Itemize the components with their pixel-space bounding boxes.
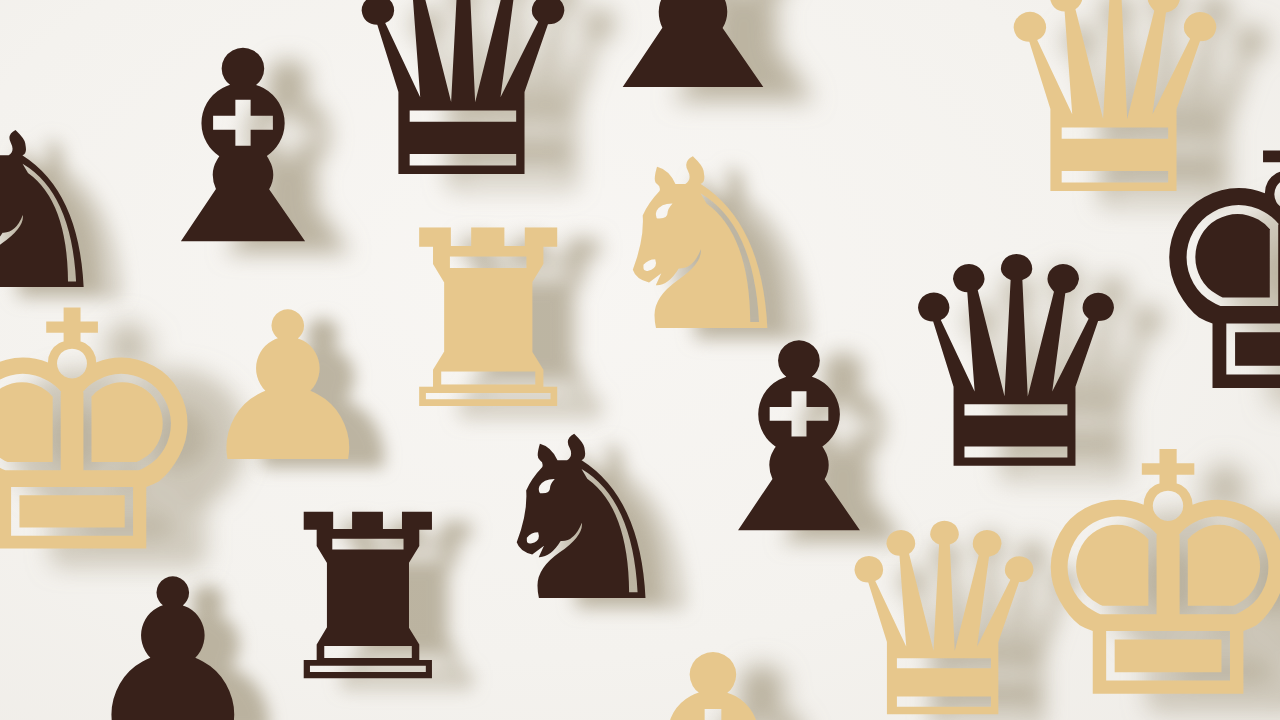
light-pawn-piece[interactable]: ♟ — [196, 286, 380, 491]
dark-rook-piece[interactable]: ♜ — [266, 485, 470, 713]
light-bishop-piece[interactable]: ♝ — [583, 619, 843, 720]
pieces-layer: ♞♝♛♝♞♛♚♛♚♟♜♝♞♜♟♝♛♚ — [0, 0, 1280, 720]
light-king-piece[interactable]: ♚ — [1018, 411, 1280, 720]
photo-canvas: ♞♝♛♝♞♛♚♛♚♟♜♝♞♜♟♝♛♚ — [0, 0, 1280, 720]
dark-pawn-piece[interactable]: ♟ — [81, 553, 265, 720]
